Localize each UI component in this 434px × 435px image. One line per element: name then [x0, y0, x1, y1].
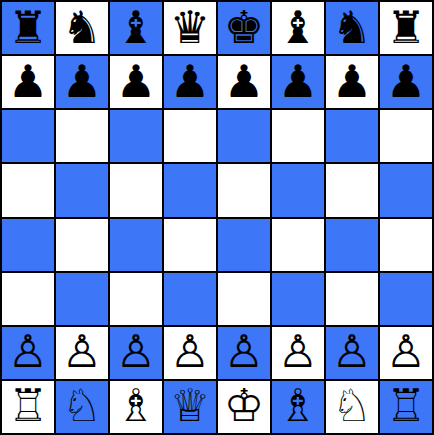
square-a4[interactable] [2, 219, 54, 271]
square-b1[interactable]: ♘ [56, 381, 108, 433]
piece-black-pawn[interactable]: ♟ [224, 59, 264, 104]
piece-black-bishop[interactable]: ♝ [278, 5, 318, 50]
square-e2[interactable]: ♙ [218, 327, 270, 379]
square-d6[interactable] [164, 110, 216, 162]
square-h3[interactable] [380, 273, 432, 325]
square-b6[interactable] [56, 110, 108, 162]
square-g7[interactable]: ♟ [326, 56, 378, 108]
square-b4[interactable] [56, 219, 108, 271]
piece-black-pawn[interactable]: ♟ [386, 59, 426, 104]
piece-white-pawn[interactable]: ♙ [386, 329, 426, 374]
piece-black-pawn[interactable]: ♟ [278, 59, 318, 104]
square-h6[interactable] [380, 110, 432, 162]
square-e6[interactable] [218, 110, 270, 162]
square-c5[interactable] [110, 164, 162, 216]
piece-white-pawn[interactable]: ♙ [116, 329, 156, 374]
square-h8[interactable]: ♜ [380, 2, 432, 54]
piece-black-queen[interactable]: ♛ [170, 5, 210, 50]
chess-board-container: ♜♞♝♛♚♝♞♜♟♟♟♟♟♟♟♟♙♙♙♙♙♙♙♙♖♘♗♕♔♗♘♖ [0, 0, 434, 435]
piece-white-bishop[interactable]: ♗ [278, 383, 318, 428]
piece-white-bishop[interactable]: ♗ [116, 383, 156, 428]
piece-black-pawn[interactable]: ♟ [332, 59, 372, 104]
square-d1[interactable]: ♕ [164, 381, 216, 433]
square-a3[interactable] [2, 273, 54, 325]
piece-black-pawn[interactable]: ♟ [62, 59, 102, 104]
square-e3[interactable] [218, 273, 270, 325]
square-b5[interactable] [56, 164, 108, 216]
piece-white-pawn[interactable]: ♙ [170, 329, 210, 374]
square-a6[interactable] [2, 110, 54, 162]
square-g2[interactable]: ♙ [326, 327, 378, 379]
square-f8[interactable]: ♝ [272, 2, 324, 54]
square-f3[interactable] [272, 273, 324, 325]
square-h2[interactable]: ♙ [380, 327, 432, 379]
square-b8[interactable]: ♞ [56, 2, 108, 54]
square-h4[interactable] [380, 219, 432, 271]
square-f6[interactable] [272, 110, 324, 162]
piece-black-bishop[interactable]: ♝ [116, 5, 156, 50]
square-g3[interactable] [326, 273, 378, 325]
square-c7[interactable]: ♟ [110, 56, 162, 108]
square-b3[interactable] [56, 273, 108, 325]
piece-white-pawn[interactable]: ♙ [332, 329, 372, 374]
piece-white-rook[interactable]: ♖ [8, 383, 48, 428]
square-d7[interactable]: ♟ [164, 56, 216, 108]
piece-white-knight[interactable]: ♘ [332, 383, 372, 428]
square-d5[interactable] [164, 164, 216, 216]
square-c3[interactable] [110, 273, 162, 325]
square-d2[interactable]: ♙ [164, 327, 216, 379]
square-h5[interactable] [380, 164, 432, 216]
square-c1[interactable]: ♗ [110, 381, 162, 433]
chess-board: ♜♞♝♛♚♝♞♜♟♟♟♟♟♟♟♟♙♙♙♙♙♙♙♙♖♘♗♕♔♗♘♖ [0, 0, 434, 435]
square-c8[interactable]: ♝ [110, 2, 162, 54]
square-a2[interactable]: ♙ [2, 327, 54, 379]
square-f2[interactable]: ♙ [272, 327, 324, 379]
piece-black-pawn[interactable]: ♟ [116, 59, 156, 104]
piece-white-knight[interactable]: ♘ [62, 383, 102, 428]
square-e5[interactable] [218, 164, 270, 216]
square-f1[interactable]: ♗ [272, 381, 324, 433]
piece-white-pawn[interactable]: ♙ [62, 329, 102, 374]
square-g8[interactable]: ♞ [326, 2, 378, 54]
square-g4[interactable] [326, 219, 378, 271]
piece-black-pawn[interactable]: ♟ [8, 59, 48, 104]
piece-white-rook[interactable]: ♖ [386, 383, 426, 428]
square-g1[interactable]: ♘ [326, 381, 378, 433]
square-d3[interactable] [164, 273, 216, 325]
piece-white-pawn[interactable]: ♙ [224, 329, 264, 374]
piece-black-king[interactable]: ♚ [224, 5, 264, 50]
square-a1[interactable]: ♖ [2, 381, 54, 433]
square-f7[interactable]: ♟ [272, 56, 324, 108]
square-c4[interactable] [110, 219, 162, 271]
piece-black-rook[interactable]: ♜ [386, 5, 426, 50]
square-e7[interactable]: ♟ [218, 56, 270, 108]
square-h7[interactable]: ♟ [380, 56, 432, 108]
square-a8[interactable]: ♜ [2, 2, 54, 54]
square-h1[interactable]: ♖ [380, 381, 432, 433]
piece-black-knight[interactable]: ♞ [62, 5, 102, 50]
square-c6[interactable] [110, 110, 162, 162]
square-e1[interactable]: ♔ [218, 381, 270, 433]
square-g6[interactable] [326, 110, 378, 162]
square-a5[interactable] [2, 164, 54, 216]
piece-white-king[interactable]: ♔ [224, 383, 264, 428]
piece-black-rook[interactable]: ♜ [8, 5, 48, 50]
square-e8[interactable]: ♚ [218, 2, 270, 54]
piece-black-knight[interactable]: ♞ [332, 5, 372, 50]
square-d4[interactable] [164, 219, 216, 271]
square-c2[interactable]: ♙ [110, 327, 162, 379]
square-g5[interactable] [326, 164, 378, 216]
square-b7[interactable]: ♟ [56, 56, 108, 108]
square-f4[interactable] [272, 219, 324, 271]
piece-white-pawn[interactable]: ♙ [278, 329, 318, 374]
piece-white-queen[interactable]: ♕ [170, 383, 210, 428]
square-f5[interactable] [272, 164, 324, 216]
square-b2[interactable]: ♙ [56, 327, 108, 379]
piece-black-pawn[interactable]: ♟ [170, 59, 210, 104]
square-a7[interactable]: ♟ [2, 56, 54, 108]
square-e4[interactable] [218, 219, 270, 271]
square-d8[interactable]: ♛ [164, 2, 216, 54]
piece-white-pawn[interactable]: ♙ [8, 329, 48, 374]
